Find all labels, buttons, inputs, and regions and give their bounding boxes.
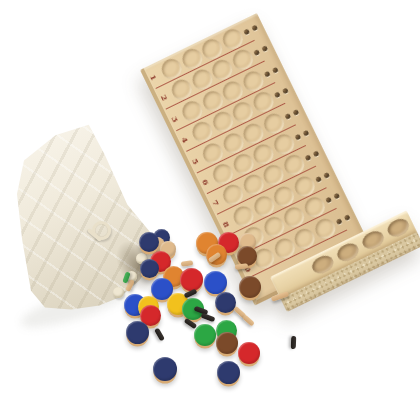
blue-disc[interactable] [204, 271, 227, 294]
black-peg[interactable] [154, 327, 165, 341]
navy-disc[interactable] [139, 232, 159, 252]
navy-disc[interactable] [140, 259, 159, 278]
brown-disc[interactable] [216, 332, 238, 354]
pieces-layer [0, 0, 420, 420]
navy-disc[interactable] [215, 292, 236, 313]
wood-peg[interactable] [241, 314, 254, 326]
red-disc[interactable] [180, 268, 203, 291]
navy-disc[interactable] [126, 321, 149, 344]
navy-disc[interactable] [217, 361, 240, 384]
black-peg[interactable] [290, 335, 295, 348]
navy-disc[interactable] [153, 357, 177, 381]
green-disc[interactable] [194, 324, 216, 346]
wood-peg[interactable] [234, 263, 248, 270]
wood-peg[interactable] [181, 260, 194, 267]
brown-disc[interactable] [239, 276, 261, 298]
wood-peg[interactable] [271, 291, 290, 302]
scene: 12345678910 [0, 0, 420, 420]
red-disc[interactable] [238, 342, 260, 364]
black-peg[interactable] [201, 312, 216, 321]
